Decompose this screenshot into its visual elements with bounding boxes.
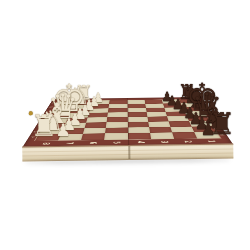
coordinate-label: A [194, 100, 207, 102]
coordinate-label: E [35, 119, 51, 122]
coordinate-label: F [207, 122, 223, 125]
coordinate-label: C [41, 110, 55, 113]
board-surface: 87654321 ABCDEFGH ABCDEFGH [22, 97, 233, 147]
coordinate-label: D [38, 114, 53, 117]
chess-set: 87654321 ABCDEFGH ABCDEFGH [22, 96, 234, 165]
coordinate-label: C [198, 108, 212, 110]
photo-background: 87654321 ABCDEFGH ABCDEFGH ♜♟♜♟♞♟♞♟♝♟♝♟♚… [0, 0, 250, 250]
coordinate-label: H [214, 133, 232, 137]
coordinate-label: B [44, 106, 58, 108]
coordinate-label: G [210, 127, 227, 130]
board-scene: 87654321 ABCDEFGH ABCDEFGH [22, 96, 234, 148]
coordinate-label: A [47, 102, 60, 104]
side-fold-seam [128, 146, 130, 159]
coordinate-label: G [28, 130, 45, 133]
coordinate-label: F [32, 124, 48, 127]
coordinate-label: H [24, 136, 42, 140]
coordinate-label: D [201, 112, 216, 115]
coordinate-label: E [204, 117, 220, 120]
coordinate-label: B [196, 104, 210, 106]
brass-clasp-icon [29, 111, 33, 115]
